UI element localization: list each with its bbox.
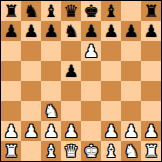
square-e6[interactable]: ♟ (81, 41, 101, 61)
square-e2[interactable] (81, 121, 101, 141)
square-d6[interactable] (61, 41, 81, 61)
piece-black-rook[interactable]: ♜ (3, 1, 18, 21)
square-b7[interactable]: ♟ (21, 21, 41, 41)
square-e3[interactable] (81, 101, 101, 121)
square-d5[interactable]: ♟ (61, 61, 81, 81)
square-g5[interactable] (121, 61, 141, 81)
square-b1[interactable] (21, 141, 41, 161)
square-f4[interactable] (101, 81, 121, 101)
piece-black-knight[interactable]: ♞ (23, 1, 38, 21)
square-d8[interactable]: ♛ (61, 1, 81, 21)
square-e1[interactable]: ♚ (81, 141, 101, 161)
piece-white-pawn[interactable]: ♟ (143, 121, 158, 141)
square-e7[interactable]: ♟ (81, 21, 101, 41)
chess-board: ♜♞♝♛♚♝♜♟♟♟♞♟♟♟♟♟♟♞♟♟♟♟♟♟♟♜♝♛♚♝♞♜ (0, 0, 162, 162)
square-g1[interactable]: ♞ (121, 141, 141, 161)
square-c2[interactable]: ♟ (41, 121, 61, 141)
square-b8[interactable]: ♞ (21, 1, 41, 21)
square-d1[interactable]: ♛ (61, 141, 81, 161)
square-b4[interactable] (21, 81, 41, 101)
piece-black-bishop[interactable]: ♝ (43, 1, 58, 21)
piece-white-rook[interactable]: ♜ (3, 141, 18, 161)
piece-black-knight[interactable]: ♞ (63, 21, 78, 41)
piece-white-king[interactable]: ♚ (83, 141, 98, 161)
piece-black-rook[interactable]: ♜ (143, 1, 158, 21)
square-h1[interactable]: ♜ (141, 141, 161, 161)
piece-white-bishop[interactable]: ♝ (43, 141, 58, 161)
piece-white-pawn[interactable]: ♟ (83, 41, 98, 61)
square-a1[interactable]: ♜ (1, 141, 21, 161)
square-f5[interactable] (101, 61, 121, 81)
piece-white-pawn[interactable]: ♟ (103, 121, 118, 141)
piece-black-pawn[interactable]: ♟ (3, 21, 18, 41)
piece-white-knight[interactable]: ♞ (43, 101, 58, 121)
piece-white-rook[interactable]: ♜ (143, 141, 158, 161)
square-e5[interactable] (81, 61, 101, 81)
square-c5[interactable] (41, 61, 61, 81)
square-a6[interactable] (1, 41, 21, 61)
square-c1[interactable]: ♝ (41, 141, 61, 161)
square-h2[interactable]: ♟ (141, 121, 161, 141)
piece-black-queen[interactable]: ♛ (63, 1, 78, 21)
square-c4[interactable] (41, 81, 61, 101)
square-a8[interactable]: ♜ (1, 1, 21, 21)
piece-white-queen[interactable]: ♛ (63, 141, 78, 161)
piece-black-bishop[interactable]: ♝ (103, 1, 118, 21)
square-g7[interactable]: ♟ (121, 21, 141, 41)
square-f8[interactable]: ♝ (101, 1, 121, 21)
square-c8[interactable]: ♝ (41, 1, 61, 21)
square-b5[interactable] (21, 61, 41, 81)
square-b6[interactable] (21, 41, 41, 61)
square-d2[interactable]: ♟ (61, 121, 81, 141)
square-f7[interactable]: ♟ (101, 21, 121, 41)
square-a3[interactable] (1, 101, 21, 121)
piece-white-pawn[interactable]: ♟ (23, 121, 38, 141)
square-g4[interactable] (121, 81, 141, 101)
square-a7[interactable]: ♟ (1, 21, 21, 41)
square-h3[interactable] (141, 101, 161, 121)
piece-white-bishop[interactable]: ♝ (103, 141, 118, 161)
square-h6[interactable] (141, 41, 161, 61)
piece-white-pawn[interactable]: ♟ (63, 121, 78, 141)
piece-white-pawn[interactable]: ♟ (3, 121, 18, 141)
square-g8[interactable] (121, 1, 141, 21)
square-a2[interactable]: ♟ (1, 121, 21, 141)
piece-black-pawn[interactable]: ♟ (143, 21, 158, 41)
piece-black-king[interactable]: ♚ (83, 1, 98, 21)
square-h5[interactable] (141, 61, 161, 81)
piece-white-pawn[interactable]: ♟ (123, 121, 138, 141)
piece-black-pawn[interactable]: ♟ (123, 21, 138, 41)
square-d7[interactable]: ♞ (61, 21, 81, 41)
square-d4[interactable] (61, 81, 81, 101)
square-g2[interactable]: ♟ (121, 121, 141, 141)
square-a4[interactable] (1, 81, 21, 101)
square-e8[interactable]: ♚ (81, 1, 101, 21)
square-h4[interactable] (141, 81, 161, 101)
square-a5[interactable] (1, 61, 21, 81)
square-g3[interactable] (121, 101, 141, 121)
piece-black-pawn[interactable]: ♟ (43, 21, 58, 41)
square-h8[interactable]: ♜ (141, 1, 161, 21)
piece-black-pawn[interactable]: ♟ (103, 21, 118, 41)
piece-black-pawn[interactable]: ♟ (83, 21, 98, 41)
piece-white-pawn[interactable]: ♟ (43, 121, 58, 141)
piece-black-pawn[interactable]: ♟ (23, 21, 38, 41)
square-c6[interactable] (41, 41, 61, 61)
square-f2[interactable]: ♟ (101, 121, 121, 141)
piece-black-pawn[interactable]: ♟ (63, 61, 78, 81)
square-b2[interactable]: ♟ (21, 121, 41, 141)
square-b3[interactable] (21, 101, 41, 121)
square-c3[interactable]: ♞ (41, 101, 61, 121)
square-h7[interactable]: ♟ (141, 21, 161, 41)
square-e4[interactable] (81, 81, 101, 101)
square-g6[interactable] (121, 41, 141, 61)
square-c7[interactable]: ♟ (41, 21, 61, 41)
square-f6[interactable] (101, 41, 121, 61)
piece-white-knight[interactable]: ♞ (123, 141, 138, 161)
square-d3[interactable] (61, 101, 81, 121)
square-f1[interactable]: ♝ (101, 141, 121, 161)
square-f3[interactable] (101, 101, 121, 121)
